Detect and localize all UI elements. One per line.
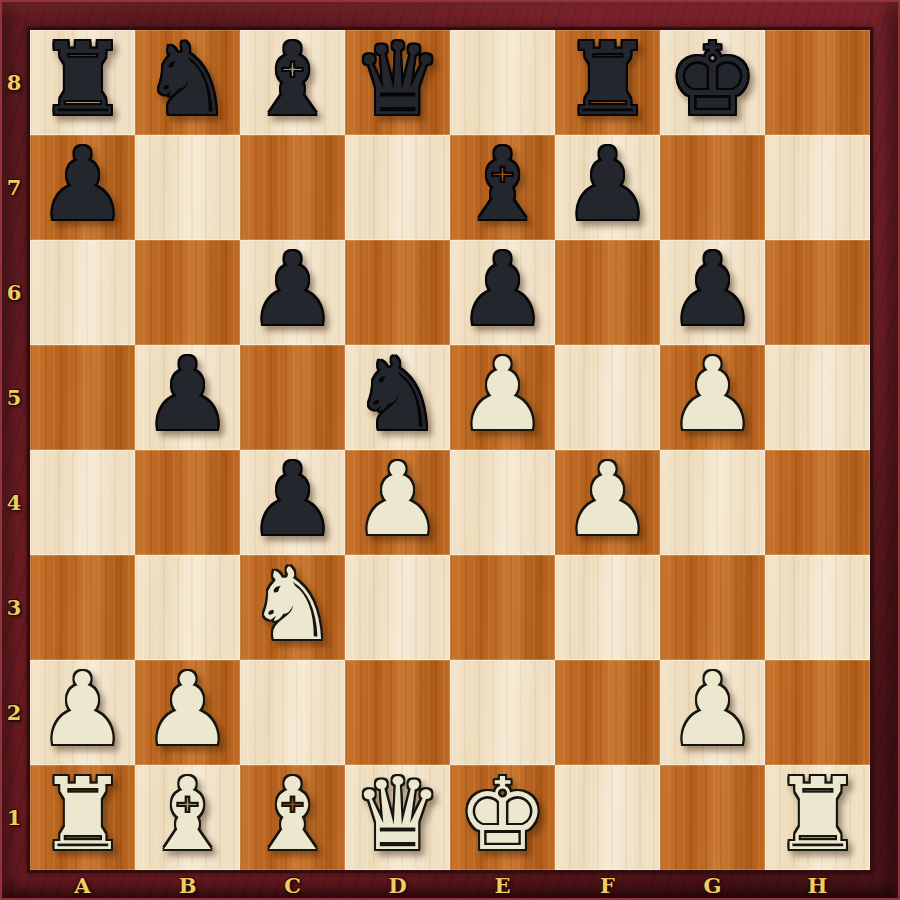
square-g3[interactable] — [660, 555, 765, 660]
square-e1[interactable]: ♚ — [450, 765, 555, 870]
square-b3[interactable] — [135, 555, 240, 660]
file-label-F: F — [555, 870, 660, 900]
white-pawn[interactable]: ♟ — [143, 657, 233, 762]
square-d3[interactable] — [345, 555, 450, 660]
white-pawn[interactable]: ♟ — [563, 447, 653, 552]
square-f3[interactable] — [555, 555, 660, 660]
square-b1[interactable]: ♝ — [135, 765, 240, 870]
square-d7[interactable] — [345, 135, 450, 240]
white-knight[interactable]: ♞ — [248, 552, 338, 657]
square-a5[interactable] — [30, 345, 135, 450]
square-a8[interactable]: ♜ — [30, 30, 135, 135]
square-c8[interactable]: ♝ — [240, 30, 345, 135]
white-rook[interactable]: ♜ — [38, 762, 128, 867]
square-a2[interactable]: ♟ — [30, 660, 135, 765]
black-bishop[interactable]: ♝ — [458, 132, 548, 237]
square-c6[interactable]: ♟ — [240, 240, 345, 345]
square-g7[interactable] — [660, 135, 765, 240]
white-pawn[interactable]: ♟ — [353, 447, 443, 552]
white-king[interactable]: ♚ — [458, 762, 548, 867]
square-h8[interactable] — [765, 30, 870, 135]
square-c5[interactable] — [240, 345, 345, 450]
black-queen[interactable]: ♛ — [353, 27, 443, 132]
rank-labels: 87654321 — [0, 30, 28, 870]
rank-label-4: 4 — [0, 450, 28, 555]
white-rook[interactable]: ♜ — [773, 762, 863, 867]
square-b2[interactable]: ♟ — [135, 660, 240, 765]
square-d5[interactable]: ♞ — [345, 345, 450, 450]
square-g2[interactable]: ♟ — [660, 660, 765, 765]
file-labels: ABCDEFGH — [30, 870, 870, 900]
square-c4[interactable]: ♟ — [240, 450, 345, 555]
square-a4[interactable] — [30, 450, 135, 555]
square-f2[interactable] — [555, 660, 660, 765]
chess-board: ♜♞♝♛♜♚♟♝♟♟♟♟♟♞♟♟♟♟♟♞♟♟♟♜♝♝♛♚♜ — [27, 27, 873, 873]
square-e5[interactable]: ♟ — [450, 345, 555, 450]
square-g5[interactable]: ♟ — [660, 345, 765, 450]
white-pawn[interactable]: ♟ — [668, 657, 758, 762]
file-label-B: B — [135, 870, 240, 900]
black-pawn[interactable]: ♟ — [668, 237, 758, 342]
square-d4[interactable]: ♟ — [345, 450, 450, 555]
rank-label-1: 1 — [0, 765, 28, 870]
square-a7[interactable]: ♟ — [30, 135, 135, 240]
file-label-C: C — [240, 870, 345, 900]
square-d6[interactable] — [345, 240, 450, 345]
square-b6[interactable] — [135, 240, 240, 345]
white-bishop[interactable]: ♝ — [143, 762, 233, 867]
white-bishop[interactable]: ♝ — [248, 762, 338, 867]
square-a3[interactable] — [30, 555, 135, 660]
black-pawn[interactable]: ♟ — [248, 447, 338, 552]
white-queen[interactable]: ♛ — [353, 762, 443, 867]
square-b8[interactable]: ♞ — [135, 30, 240, 135]
rank-label-2: 2 — [0, 660, 28, 765]
square-f1[interactable] — [555, 765, 660, 870]
square-f5[interactable] — [555, 345, 660, 450]
white-pawn[interactable]: ♟ — [38, 657, 128, 762]
square-e3[interactable] — [450, 555, 555, 660]
square-b7[interactable] — [135, 135, 240, 240]
rank-label-7: 7 — [0, 135, 28, 240]
square-e6[interactable]: ♟ — [450, 240, 555, 345]
square-h6[interactable] — [765, 240, 870, 345]
white-pawn[interactable]: ♟ — [668, 342, 758, 447]
square-d2[interactable] — [345, 660, 450, 765]
square-e7[interactable]: ♝ — [450, 135, 555, 240]
square-h1[interactable]: ♜ — [765, 765, 870, 870]
square-d8[interactable]: ♛ — [345, 30, 450, 135]
square-h7[interactable] — [765, 135, 870, 240]
square-h4[interactable] — [765, 450, 870, 555]
square-c2[interactable] — [240, 660, 345, 765]
square-f8[interactable]: ♜ — [555, 30, 660, 135]
square-e8[interactable] — [450, 30, 555, 135]
black-pawn[interactable]: ♟ — [248, 237, 338, 342]
black-rook[interactable]: ♜ — [38, 27, 128, 132]
square-f4[interactable]: ♟ — [555, 450, 660, 555]
rank-label-6: 6 — [0, 240, 28, 345]
square-a6[interactable] — [30, 240, 135, 345]
black-pawn[interactable]: ♟ — [563, 132, 653, 237]
chess-app-window: 87654321 ABCDEFGH ♜♞♝♛♜♚♟♝♟♟♟♟♟♞♟♟♟♟♟♞♟♟… — [0, 0, 900, 900]
file-label-G: G — [660, 870, 765, 900]
rank-label-3: 3 — [0, 555, 28, 660]
square-d1[interactable]: ♛ — [345, 765, 450, 870]
square-g6[interactable]: ♟ — [660, 240, 765, 345]
file-label-H: H — [765, 870, 870, 900]
square-g4[interactable] — [660, 450, 765, 555]
rank-label-8: 8 — [0, 30, 28, 135]
black-pawn[interactable]: ♟ — [143, 342, 233, 447]
black-rook[interactable]: ♜ — [563, 27, 653, 132]
square-e2[interactable] — [450, 660, 555, 765]
file-label-E: E — [450, 870, 555, 900]
square-h2[interactable] — [765, 660, 870, 765]
file-label-D: D — [345, 870, 450, 900]
white-pawn[interactable]: ♟ — [458, 342, 548, 447]
square-a1[interactable]: ♜ — [30, 765, 135, 870]
rank-label-5: 5 — [0, 345, 28, 450]
square-c3[interactable]: ♞ — [240, 555, 345, 660]
black-knight[interactable]: ♞ — [353, 342, 443, 447]
square-b4[interactable] — [135, 450, 240, 555]
square-b5[interactable]: ♟ — [135, 345, 240, 450]
black-pawn[interactable]: ♟ — [38, 132, 128, 237]
square-f6[interactable] — [555, 240, 660, 345]
black-king[interactable]: ♚ — [668, 27, 758, 132]
file-label-A: A — [30, 870, 135, 900]
black-pawn[interactable]: ♟ — [458, 237, 548, 342]
square-h3[interactable] — [765, 555, 870, 660]
square-e4[interactable] — [450, 450, 555, 555]
square-c1[interactable]: ♝ — [240, 765, 345, 870]
square-g1[interactable] — [660, 765, 765, 870]
square-c7[interactable] — [240, 135, 345, 240]
square-f7[interactable]: ♟ — [555, 135, 660, 240]
black-bishop[interactable]: ♝ — [248, 27, 338, 132]
black-knight[interactable]: ♞ — [143, 27, 233, 132]
square-g8[interactable]: ♚ — [660, 30, 765, 135]
square-h5[interactable] — [765, 345, 870, 450]
